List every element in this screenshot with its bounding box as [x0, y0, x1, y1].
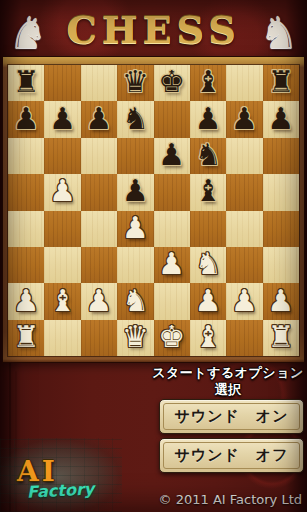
square-c6[interactable] — [81, 138, 117, 174]
square-e6[interactable]: ♟︎ — [154, 138, 190, 174]
piece-white-knight[interactable]: ♞︎ — [195, 249, 222, 279]
piece-black-knight[interactable]: ♞︎ — [122, 104, 149, 134]
piece-white-rook[interactable]: ♜︎ — [13, 322, 40, 352]
knight-emblem-right-icon: ♞ — [255, 8, 303, 58]
piece-black-queen[interactable]: ♛︎ — [122, 67, 149, 97]
square-a8[interactable]: ♜︎ — [8, 65, 44, 101]
piece-black-pawn[interactable]: ♟︎ — [158, 140, 185, 170]
piece-white-bishop[interactable]: ♝︎ — [195, 322, 222, 352]
square-a3[interactable] — [8, 247, 44, 283]
piece-black-pawn[interactable]: ♟︎ — [231, 104, 258, 134]
square-b2[interactable]: ♝︎ — [44, 283, 80, 319]
square-a6[interactable] — [8, 138, 44, 174]
piece-white-rook[interactable]: ♜︎ — [267, 322, 294, 352]
piece-black-pawn[interactable]: ♟︎ — [195, 104, 222, 134]
square-e8[interactable]: ♚︎ — [154, 65, 190, 101]
square-f2[interactable]: ♟︎ — [190, 283, 226, 319]
square-e5[interactable] — [154, 174, 190, 210]
square-h6[interactable] — [263, 138, 299, 174]
square-f5[interactable]: ♝︎ — [190, 174, 226, 210]
chess-app-screen: ♞ CHESS ♞ ♜︎♛︎♚︎♝︎♜︎♟︎♟︎♟︎♞︎♟︎♟︎♟︎♟︎♞︎♟︎… — [0, 0, 307, 512]
sound-on-label: サウンド オン — [174, 407, 288, 426]
square-f7[interactable]: ♟︎ — [190, 101, 226, 137]
piece-black-pawn[interactable]: ♟︎ — [86, 104, 113, 134]
board-frame: ♜︎♛︎♚︎♝︎♜︎♟︎♟︎♟︎♞︎♟︎♟︎♟︎♟︎♞︎♟︎♟︎♝︎♟︎♟︎♞︎… — [3, 57, 304, 362]
piece-white-king[interactable]: ♚︎ — [158, 322, 185, 352]
square-d5[interactable]: ♟︎ — [117, 174, 153, 210]
square-a1[interactable]: ♜︎ — [8, 320, 44, 356]
piece-black-pawn[interactable]: ♟︎ — [13, 104, 40, 134]
square-g4[interactable] — [226, 211, 262, 247]
piece-black-pawn[interactable]: ♟︎ — [122, 176, 149, 206]
square-f1[interactable]: ♝︎ — [190, 320, 226, 356]
square-c2[interactable]: ♟︎ — [81, 283, 117, 319]
square-e4[interactable] — [154, 211, 190, 247]
square-d8[interactable]: ♛︎ — [117, 65, 153, 101]
square-g2[interactable]: ♟︎ — [226, 283, 262, 319]
piece-white-pawn[interactable]: ♟︎ — [267, 286, 294, 316]
piece-black-pawn[interactable]: ♟︎ — [267, 104, 294, 134]
square-f6[interactable]: ♞︎ — [190, 138, 226, 174]
square-b4[interactable] — [44, 211, 80, 247]
square-b1[interactable] — [44, 320, 80, 356]
square-d1[interactable]: ♛︎ — [117, 320, 153, 356]
square-d3[interactable] — [117, 247, 153, 283]
square-f8[interactable]: ♝︎ — [190, 65, 226, 101]
square-g5[interactable] — [226, 174, 262, 210]
piece-black-bishop[interactable]: ♝︎ — [195, 67, 222, 97]
ai-factory-logo-subtitle: Factory — [27, 479, 95, 501]
square-a7[interactable]: ♟︎ — [8, 101, 44, 137]
square-d2[interactable]: ♞︎ — [117, 283, 153, 319]
square-e3[interactable]: ♟︎ — [154, 247, 190, 283]
square-h4[interactable] — [263, 211, 299, 247]
piece-black-rook[interactable]: ♜︎ — [267, 67, 294, 97]
square-g7[interactable]: ♟︎ — [226, 101, 262, 137]
square-b8[interactable] — [44, 65, 80, 101]
piece-white-queen[interactable]: ♛︎ — [122, 322, 149, 352]
piece-white-pawn[interactable]: ♟︎ — [195, 286, 222, 316]
piece-white-pawn[interactable]: ♟︎ — [13, 286, 40, 316]
square-d4[interactable]: ♟︎ — [117, 211, 153, 247]
square-a5[interactable] — [8, 174, 44, 210]
square-h1[interactable]: ♜︎ — [263, 320, 299, 356]
square-c3[interactable] — [81, 247, 117, 283]
square-e7[interactable] — [154, 101, 190, 137]
piece-black-bishop[interactable]: ♝︎ — [195, 176, 222, 206]
square-a2[interactable]: ♟︎ — [8, 283, 44, 319]
square-b6[interactable] — [44, 138, 80, 174]
square-b5[interactable]: ♟︎ — [44, 174, 80, 210]
piece-white-pawn[interactable]: ♟︎ — [122, 213, 149, 243]
piece-black-knight[interactable]: ♞︎ — [195, 140, 222, 170]
piece-white-knight[interactable]: ♞︎ — [122, 286, 149, 316]
square-h7[interactable]: ♟︎ — [263, 101, 299, 137]
square-c7[interactable]: ♟︎ — [81, 101, 117, 137]
piece-white-bishop[interactable]: ♝︎ — [49, 286, 76, 316]
square-a4[interactable] — [8, 211, 44, 247]
square-c4[interactable] — [81, 211, 117, 247]
square-c8[interactable] — [81, 65, 117, 101]
square-c1[interactable] — [81, 320, 117, 356]
square-e2[interactable] — [154, 283, 190, 319]
prompt-line-1: スタートするオプション — [150, 364, 306, 381]
square-g3[interactable] — [226, 247, 262, 283]
square-h2[interactable]: ♟︎ — [263, 283, 299, 319]
piece-white-pawn[interactable]: ♟︎ — [158, 249, 185, 279]
square-g6[interactable] — [226, 138, 262, 174]
square-h3[interactable] — [263, 247, 299, 283]
sound-on-button[interactable]: サウンド オン — [159, 399, 304, 434]
copyright-text: © 2011 AI Factory Ltd — [159, 492, 302, 507]
square-c5[interactable] — [81, 174, 117, 210]
piece-white-pawn[interactable]: ♟︎ — [49, 176, 76, 206]
square-g1[interactable] — [226, 320, 262, 356]
piece-white-pawn[interactable]: ♟︎ — [86, 286, 113, 316]
square-f4[interactable] — [190, 211, 226, 247]
start-options-prompt: スタートするオプション 選択 — [150, 364, 306, 398]
square-d7[interactable]: ♞︎ — [117, 101, 153, 137]
square-b3[interactable] — [44, 247, 80, 283]
square-b7[interactable]: ♟︎ — [44, 101, 80, 137]
square-f3[interactable]: ♞︎ — [190, 247, 226, 283]
square-h8[interactable]: ♜︎ — [263, 65, 299, 101]
piece-black-rook[interactable]: ♜︎ — [13, 67, 40, 97]
piece-black-king[interactable]: ♚︎ — [158, 67, 185, 97]
square-g8[interactable] — [226, 65, 262, 101]
chess-board[interactable]: ♜︎♛︎♚︎♝︎♜︎♟︎♟︎♟︎♞︎♟︎♟︎♟︎♟︎♞︎♟︎♟︎♝︎♟︎♟︎♞︎… — [8, 65, 299, 356]
sound-off-button[interactable]: サウンド オフ — [159, 438, 304, 473]
sound-off-label: サウンド オフ — [174, 446, 288, 465]
prompt-line-2: 選択 — [150, 381, 306, 398]
square-h5[interactable] — [263, 174, 299, 210]
piece-black-pawn[interactable]: ♟︎ — [49, 104, 76, 134]
piece-white-pawn[interactable]: ♟︎ — [231, 286, 258, 316]
square-e1[interactable]: ♚︎ — [154, 320, 190, 356]
header: ♞ CHESS ♞ — [0, 0, 307, 58]
square-d6[interactable] — [117, 138, 153, 174]
